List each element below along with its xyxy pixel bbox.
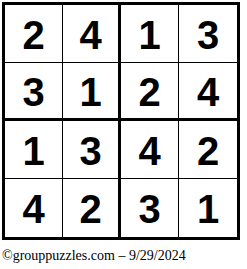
cell-digit: 3 [138, 189, 160, 229]
sudoku-board: 2413312413424231 [2, 2, 240, 240]
cell-digit: 3 [79, 131, 101, 171]
cell-r4c1[interactable]: 4 [5, 179, 63, 237]
puzzle-page: 2413312413424231 ©grouppuzzles.com – 9/2… [0, 0, 247, 269]
cell-digit: 4 [79, 15, 101, 55]
cell-r4c3[interactable]: 3 [121, 179, 179, 237]
cell-digit: 1 [197, 189, 219, 229]
cell-digit: 2 [22, 15, 44, 55]
cell-digit: 1 [79, 72, 101, 112]
cell-digit: 3 [197, 15, 219, 55]
cell-r2c4[interactable]: 4 [179, 63, 237, 121]
cell-digit: 1 [138, 15, 160, 55]
cell-r4c4[interactable]: 1 [179, 179, 237, 237]
cell-r4c2[interactable]: 2 [63, 179, 121, 237]
cell-digit: 4 [138, 131, 160, 171]
cell-r3c1[interactable]: 1 [5, 121, 63, 179]
cell-digit: 1 [22, 131, 44, 171]
cell-r3c4[interactable]: 2 [179, 121, 237, 179]
cell-r1c2[interactable]: 4 [63, 5, 121, 63]
cell-r1c4[interactable]: 3 [179, 5, 237, 63]
cell-r1c3[interactable]: 1 [121, 5, 179, 63]
cell-digit: 2 [138, 72, 160, 112]
cell-r2c3[interactable]: 2 [121, 63, 179, 121]
cell-digit: 2 [79, 189, 101, 229]
cell-r1c1[interactable]: 2 [5, 5, 63, 63]
cell-r2c1[interactable]: 3 [5, 63, 63, 121]
cell-r3c2[interactable]: 3 [63, 121, 121, 179]
cell-r2c2[interactable]: 1 [63, 63, 121, 121]
cell-r3c3[interactable]: 4 [121, 121, 179, 179]
cell-digit: 4 [197, 72, 219, 112]
cell-digit: 4 [22, 189, 44, 229]
cell-digit: 3 [22, 72, 44, 112]
cell-digit: 2 [197, 131, 219, 171]
credit-text: ©grouppuzzles.com – 9/29/2024 [2, 248, 186, 264]
